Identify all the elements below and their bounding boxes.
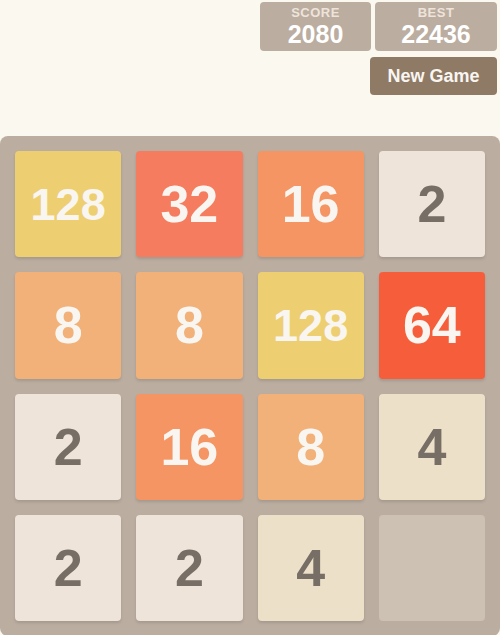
tile-8: 8	[258, 394, 364, 500]
tile-32: 32	[136, 151, 242, 257]
tile-2: 2	[379, 151, 485, 257]
tile-8: 8	[136, 272, 242, 378]
tile-8: 8	[15, 272, 121, 378]
tile-16: 16	[136, 394, 242, 500]
empty-cell	[379, 515, 485, 621]
new-game-button[interactable]: New Game	[370, 57, 497, 95]
board-grid: 12832162881286421684224	[0, 136, 500, 635]
best-box: BEST 22436	[375, 2, 497, 51]
best-value: 22436	[401, 22, 471, 47]
tile-2: 2	[15, 394, 121, 500]
tile-4: 4	[379, 394, 485, 500]
tile-4: 4	[258, 515, 364, 621]
score-value: 2080	[288, 22, 344, 47]
page: SCORE 2080 BEST 22436 New Game 128321628…	[0, 0, 500, 635]
tile-2: 2	[15, 515, 121, 621]
board: 12832162881286421684224	[0, 136, 500, 635]
tile-2: 2	[136, 515, 242, 621]
tile-128: 128	[258, 272, 364, 378]
tile-64: 64	[379, 272, 485, 378]
tile-16: 16	[258, 151, 364, 257]
score-box: SCORE 2080	[260, 2, 371, 51]
score-label: SCORE	[291, 6, 340, 19]
tile-128: 128	[15, 151, 121, 257]
best-label: BEST	[418, 6, 455, 19]
